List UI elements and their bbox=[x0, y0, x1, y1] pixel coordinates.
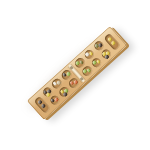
stone-dark bbox=[41, 103, 46, 108]
hinge-pin-icon bbox=[80, 76, 84, 80]
hinge-pin-icon bbox=[70, 65, 74, 69]
stone-orange bbox=[73, 80, 78, 85]
photo-canvas bbox=[0, 0, 150, 150]
stone-yellow bbox=[89, 51, 94, 56]
stone-green bbox=[66, 72, 71, 77]
stone-yellow bbox=[111, 40, 116, 45]
stone-orange bbox=[54, 97, 59, 102]
stone-green bbox=[86, 68, 91, 73]
stone-dark bbox=[98, 43, 103, 48]
mancala-board bbox=[27, 26, 128, 120]
stone-yellow bbox=[96, 59, 101, 64]
stone-tan bbox=[56, 80, 61, 85]
stone-olive bbox=[79, 60, 84, 65]
